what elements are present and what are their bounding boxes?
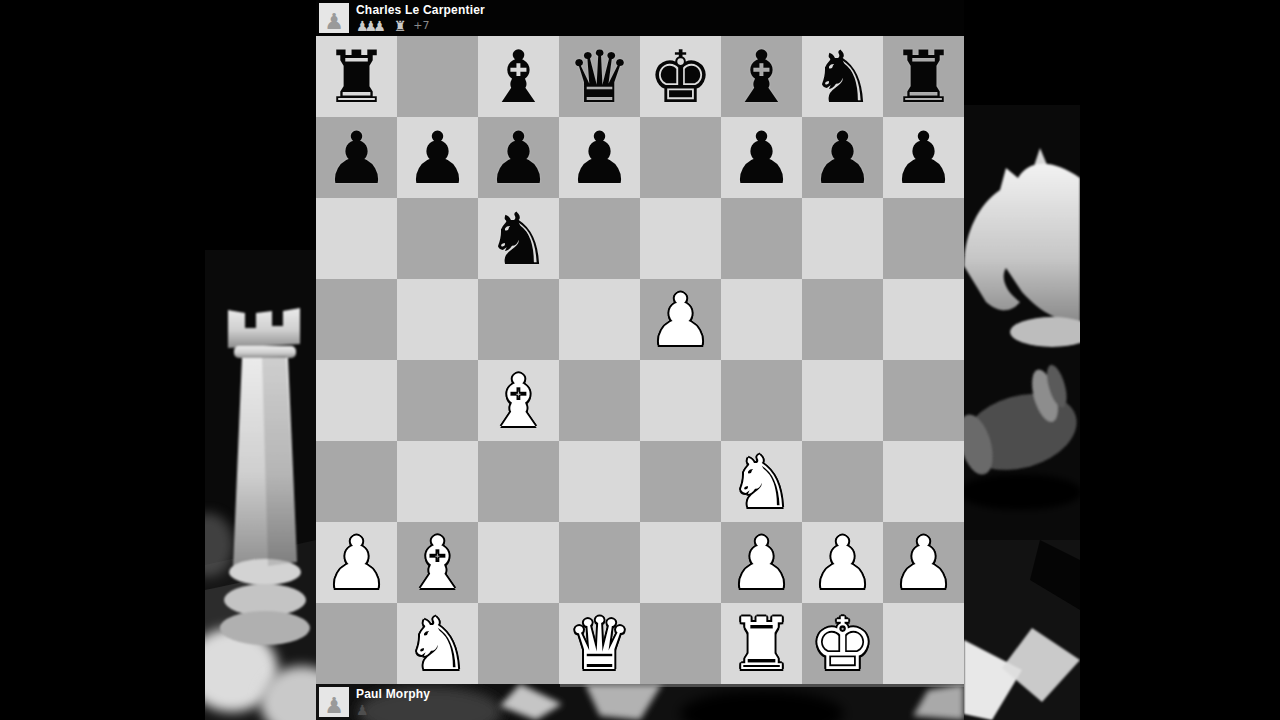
square-h7[interactable]: ♟	[883, 117, 964, 198]
square-d1[interactable]: ♛	[559, 603, 640, 684]
top-captured-pieces: ♟♟♟♜	[356, 16, 406, 35]
background-knight-photo	[946, 105, 1094, 720]
captured-pawn-icon: ♟	[373, 18, 386, 34]
square-c5[interactable]	[478, 279, 559, 360]
square-f5[interactable]	[721, 279, 802, 360]
black-pawn-f7[interactable]: ♟	[729, 122, 794, 194]
black-pawn-g7[interactable]: ♟	[810, 122, 875, 194]
square-a7[interactable]: ♟	[316, 117, 397, 198]
material-advantage: +7	[413, 19, 429, 32]
square-b1[interactable]: ♞	[397, 603, 478, 684]
square-b2[interactable]: ♝	[397, 522, 478, 603]
square-d7[interactable]: ♟	[559, 117, 640, 198]
square-b8[interactable]	[397, 36, 478, 117]
white-pawn-g2[interactable]: ♟	[810, 527, 875, 599]
square-d2[interactable]	[559, 522, 640, 603]
bottom-player-avatar[interactable]: ♟	[319, 687, 349, 717]
top-player-info: Charles Le Carpentier ♟♟♟♜ +7	[356, 0, 485, 33]
black-pawn-c7[interactable]: ♟	[486, 122, 551, 194]
square-c8[interactable]: ♝	[478, 36, 559, 117]
square-h8[interactable]: ♜	[883, 36, 964, 117]
square-g3[interactable]	[802, 441, 883, 522]
square-b3[interactable]	[397, 441, 478, 522]
square-h4[interactable]	[883, 360, 964, 441]
pawn-avatar-icon: ♟	[324, 11, 344, 33]
black-bishop-f8[interactable]: ♝	[729, 41, 794, 113]
square-e4[interactable]	[640, 360, 721, 441]
black-bishop-c8[interactable]: ♝	[486, 41, 551, 113]
white-pawn-h2[interactable]: ♟	[891, 527, 956, 599]
square-g5[interactable]	[802, 279, 883, 360]
square-e1[interactable]	[640, 603, 721, 684]
square-d8[interactable]: ♛	[559, 36, 640, 117]
bottom-captured-pieces: ♟	[356, 700, 369, 719]
white-pawn-a2[interactable]: ♟	[324, 527, 389, 599]
square-g4[interactable]	[802, 360, 883, 441]
black-knight-g8[interactable]: ♞	[810, 41, 875, 113]
black-rook-h8[interactable]: ♜	[891, 41, 956, 113]
square-b4[interactable]	[397, 360, 478, 441]
square-e2[interactable]	[640, 522, 721, 603]
square-b6[interactable]	[397, 198, 478, 279]
top-player-bar: ♟ Charles Le Carpentier ♟♟♟♜ +7	[316, 0, 964, 36]
square-g1[interactable]: ♚	[802, 603, 883, 684]
white-rook-f1[interactable]: ♜	[729, 608, 794, 680]
square-e6[interactable]	[640, 198, 721, 279]
square-e7[interactable]	[640, 117, 721, 198]
bottom-player-bar: ♟ Paul Morphy ♟	[316, 684, 964, 720]
square-f4[interactable]	[721, 360, 802, 441]
captured-rook-icon: ♜	[394, 18, 407, 34]
square-c3[interactable]	[478, 441, 559, 522]
captured-pawn-icon: ♟	[356, 18, 365, 34]
square-b7[interactable]: ♟	[397, 117, 478, 198]
black-pawn-h7[interactable]: ♟	[891, 122, 956, 194]
square-e5[interactable]: ♟	[640, 279, 721, 360]
square-f3[interactable]: ♞	[721, 441, 802, 522]
captured-pawn-icon: ♟	[365, 18, 374, 34]
top-captured-tray: ♟♟♟♜ +7	[356, 18, 485, 33]
black-queen-d8[interactable]: ♛	[567, 41, 632, 113]
white-bishop-b2[interactable]: ♝	[405, 527, 470, 599]
square-d6[interactable]	[559, 198, 640, 279]
square-c6[interactable]: ♞	[478, 198, 559, 279]
square-h2[interactable]: ♟	[883, 522, 964, 603]
black-rook-a8[interactable]: ♜	[324, 41, 389, 113]
white-queen-d1[interactable]: ♛	[567, 608, 632, 680]
square-d3[interactable]	[559, 441, 640, 522]
white-pawn-f2[interactable]: ♟	[729, 527, 794, 599]
square-f8[interactable]: ♝	[721, 36, 802, 117]
black-pawn-d7[interactable]: ♟	[567, 122, 632, 194]
square-a1[interactable]	[316, 603, 397, 684]
chess-board: ♜♝♛♚♝♞♜♟♟♟♟♟♟♟♞♟♝♞♟♝♟♟♟♞♛♜♚	[316, 36, 964, 684]
white-knight-f3[interactable]: ♞	[729, 446, 794, 518]
square-g2[interactable]: ♟	[802, 522, 883, 603]
bottom-captured-tray: ♟	[356, 702, 430, 717]
square-h1[interactable]	[883, 603, 964, 684]
black-king-e8[interactable]: ♚	[648, 41, 713, 113]
square-e8[interactable]: ♚	[640, 36, 721, 117]
square-a3[interactable]	[316, 441, 397, 522]
white-knight-b1[interactable]: ♞	[405, 608, 470, 680]
square-h6[interactable]	[883, 198, 964, 279]
square-a4[interactable]	[316, 360, 397, 441]
square-f1[interactable]: ♜	[721, 603, 802, 684]
square-e3[interactable]	[640, 441, 721, 522]
square-f7[interactable]: ♟	[721, 117, 802, 198]
square-a8[interactable]: ♜	[316, 36, 397, 117]
square-d4[interactable]	[559, 360, 640, 441]
square-h3[interactable]	[883, 441, 964, 522]
captured-pawn-icon: ♟	[356, 702, 369, 718]
square-c2[interactable]	[478, 522, 559, 603]
white-pawn-e5[interactable]: ♟	[648, 284, 713, 356]
square-c4[interactable]: ♝	[478, 360, 559, 441]
top-player-avatar[interactable]: ♟	[319, 3, 349, 33]
square-h5[interactable]	[883, 279, 964, 360]
pawn-avatar-icon: ♟	[324, 695, 344, 717]
black-knight-c6[interactable]: ♞	[486, 203, 551, 275]
square-f6[interactable]	[721, 198, 802, 279]
stage: ♜♝♛♚♝♞♜♟♟♟♟♟♟♟♞♟♝♞♟♝♟♟♟♞♛♜♚ ♟ Charles Le…	[0, 0, 1280, 720]
bottom-player-info: Paul Morphy ♟	[356, 684, 430, 717]
square-a5[interactable]	[316, 279, 397, 360]
black-pawn-a7[interactable]: ♟	[324, 122, 389, 194]
white-king-g1[interactable]: ♚	[810, 608, 875, 680]
square-a6[interactable]	[316, 198, 397, 279]
square-c7[interactable]: ♟	[478, 117, 559, 198]
square-g6[interactable]	[802, 198, 883, 279]
square-b5[interactable]	[397, 279, 478, 360]
black-pawn-b7[interactable]: ♟	[405, 122, 470, 194]
square-g8[interactable]: ♞	[802, 36, 883, 117]
square-d5[interactable]	[559, 279, 640, 360]
square-g7[interactable]: ♟	[802, 117, 883, 198]
white-bishop-c4[interactable]: ♝	[486, 365, 551, 437]
square-f2[interactable]: ♟	[721, 522, 802, 603]
square-c1[interactable]	[478, 603, 559, 684]
background-checkerboard-photo	[964, 540, 1080, 720]
square-a2[interactable]: ♟	[316, 522, 397, 603]
